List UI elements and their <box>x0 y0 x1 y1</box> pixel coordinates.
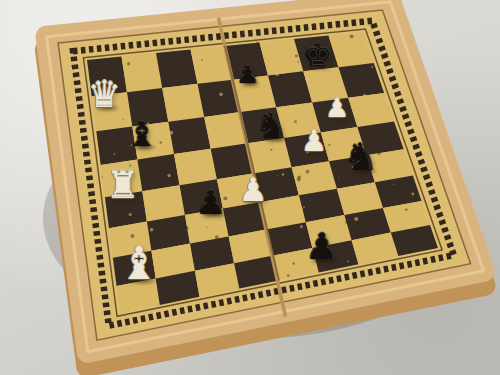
wear-speck <box>345 221 348 224</box>
piece-white-queen-a7[interactable]: ♛ <box>87 76 120 113</box>
piece-black-knight-f5[interactable]: ♞ <box>256 109 287 144</box>
wear-speck <box>405 208 408 211</box>
square-c6[interactable] <box>168 117 210 154</box>
wear-speck <box>160 141 163 144</box>
wear-speck <box>103 58 104 59</box>
wear-speck <box>215 235 219 239</box>
wear-speck <box>200 250 203 253</box>
photo-backdrop: ♚♟♛♟♞♝♟♞♜♟♟♟♝ <box>0 0 500 375</box>
wear-speck <box>297 175 301 179</box>
wear-speck <box>282 70 286 74</box>
piece-black-pawn-e7[interactable]: ♟ <box>237 63 259 87</box>
wear-speck <box>150 228 154 232</box>
wear-speck <box>393 184 394 185</box>
wear-speck <box>114 153 116 155</box>
wear-speck <box>292 262 294 264</box>
piece-black-knight-h5[interactable]: ♞ <box>344 139 378 177</box>
piece-white-bishop-a2[interactable]: ♝ <box>119 241 160 286</box>
wear-speck <box>363 94 366 97</box>
wear-speck <box>138 305 140 307</box>
wear-speck <box>143 307 145 309</box>
square-b8[interactable] <box>122 53 163 92</box>
wear-speck <box>122 119 123 120</box>
wear-speck <box>308 206 311 209</box>
wear-speck <box>403 239 407 243</box>
wear-speck <box>338 177 339 178</box>
wear-speck <box>198 123 201 126</box>
wear-speck <box>207 128 211 132</box>
wear-speck <box>227 195 229 197</box>
wear-speck <box>166 54 170 58</box>
square-b5[interactable] <box>137 154 179 191</box>
wear-speck <box>275 72 279 76</box>
wear-speck <box>201 59 203 61</box>
wear-speck <box>300 225 303 228</box>
wear-speck <box>347 260 349 262</box>
wear-speck <box>215 67 218 70</box>
wear-speck <box>286 61 289 64</box>
wear-speck <box>282 173 284 175</box>
wear-speck <box>306 170 310 174</box>
wear-speck <box>328 144 330 146</box>
wear-speck <box>129 213 132 216</box>
wear-speck <box>256 42 258 44</box>
wear-speck <box>294 120 297 123</box>
wear-speck <box>414 182 415 183</box>
wear-speck <box>184 226 188 230</box>
square-c7[interactable] <box>162 84 204 122</box>
wear-speck <box>190 201 193 204</box>
wear-speck <box>408 226 411 229</box>
wear-speck <box>371 66 373 68</box>
wear-speck <box>365 46 367 48</box>
piece-white-pawn-g5[interactable]: ♟ <box>301 127 327 156</box>
piece-black-pawn-d4[interactable]: ♟ <box>196 186 226 219</box>
wear-speck <box>109 153 110 154</box>
wear-speck <box>206 227 207 228</box>
piece-black-king-g8[interactable]: ♚ <box>304 40 333 72</box>
wear-speck <box>127 62 130 65</box>
wear-speck <box>305 77 309 81</box>
piece-black-bishop-b6[interactable]: ♝ <box>126 117 157 152</box>
wear-speck <box>354 217 358 221</box>
wear-speck <box>303 206 305 208</box>
wear-speck <box>339 63 341 65</box>
piece-black-pawn-f2[interactable]: ♟ <box>306 229 338 265</box>
piece-white-rook-a5[interactable]: ♜ <box>106 167 140 205</box>
wear-speck <box>155 212 158 215</box>
square-b4[interactable] <box>142 185 185 221</box>
wear-speck <box>298 61 299 62</box>
wear-speck <box>277 175 278 176</box>
wear-speck <box>204 293 207 296</box>
square-c5[interactable] <box>174 149 217 186</box>
wear-speck <box>287 274 290 277</box>
wear-speck <box>350 34 354 38</box>
wear-speck <box>411 193 414 196</box>
wear-speck <box>102 176 103 177</box>
wear-speck <box>167 174 170 177</box>
square-c8[interactable] <box>156 50 198 89</box>
piece-white-pawn-e4[interactable]: ♟ <box>239 174 268 206</box>
wear-speck <box>299 208 303 212</box>
wear-speck <box>170 131 174 135</box>
piece-white-pawn-h6[interactable]: ♟ <box>325 95 349 122</box>
wear-speck <box>382 220 386 224</box>
wear-speck <box>219 93 223 97</box>
wear-speck <box>180 277 181 278</box>
wear-speck <box>271 149 273 151</box>
wear-speck <box>295 54 298 57</box>
